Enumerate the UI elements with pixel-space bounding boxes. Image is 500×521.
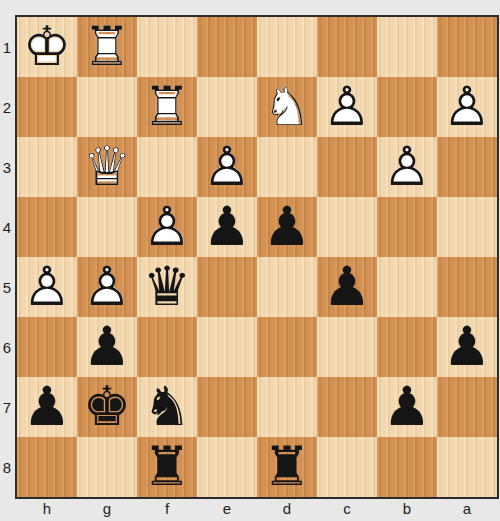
square-a4[interactable] — [437, 197, 497, 257]
square-b8[interactable] — [377, 437, 437, 497]
square-d3[interactable] — [257, 137, 317, 197]
file-label-h: h — [17, 498, 77, 518]
square-e2[interactable] — [197, 77, 257, 137]
white-pawn[interactable]: ♟♙ — [377, 137, 437, 197]
square-h5[interactable]: ♟♙ — [17, 257, 77, 317]
black-pawn[interactable]: ♟ — [317, 257, 377, 317]
file-labels: hgfedcba — [17, 498, 497, 518]
square-b1[interactable] — [377, 17, 437, 77]
square-c8[interactable] — [317, 437, 377, 497]
white-pawn-glyph: ♙ — [317, 80, 377, 134]
white-pawn-glyph: ♙ — [77, 260, 137, 314]
square-e6[interactable] — [197, 317, 257, 377]
square-d6[interactable] — [257, 317, 317, 377]
black-pawn-glyph: ♟ — [377, 380, 437, 434]
square-h3[interactable] — [17, 137, 77, 197]
white-pawn-glyph: ♙ — [197, 140, 257, 194]
black-king-glyph: ♚ — [77, 380, 137, 434]
square-a7[interactable] — [437, 377, 497, 437]
square-b4[interactable] — [377, 197, 437, 257]
black-knight[interactable]: ♞ — [137, 377, 197, 437]
square-e8[interactable] — [197, 437, 257, 497]
white-pawn-glyph: ♙ — [17, 260, 77, 314]
square-d5[interactable] — [257, 257, 317, 317]
square-e7[interactable] — [197, 377, 257, 437]
rank-label-1: 1 — [0, 17, 14, 77]
rank-label-7: 7 — [0, 377, 14, 437]
black-rook-glyph: ♜ — [257, 440, 317, 494]
black-pawn[interactable]: ♟ — [197, 197, 257, 257]
square-g3[interactable]: ♛♕ — [77, 137, 137, 197]
square-g1[interactable]: ♜♖ — [77, 17, 137, 77]
black-pawn-glyph: ♟ — [17, 380, 77, 434]
square-c7[interactable] — [317, 377, 377, 437]
black-rook-glyph: ♜ — [137, 440, 197, 494]
square-g8[interactable] — [77, 437, 137, 497]
white-pawn-glyph: ♙ — [437, 80, 497, 134]
file-label-e: e — [197, 498, 257, 518]
square-a1[interactable] — [437, 17, 497, 77]
white-queen[interactable]: ♛♕ — [77, 137, 137, 197]
square-c6[interactable] — [317, 317, 377, 377]
square-d7[interactable] — [257, 377, 317, 437]
square-c2[interactable]: ♟♙ — [317, 77, 377, 137]
square-b5[interactable] — [377, 257, 437, 317]
square-e4[interactable]: ♟ — [197, 197, 257, 257]
square-a8[interactable] — [437, 437, 497, 497]
black-king[interactable]: ♚ — [77, 377, 137, 437]
square-a3[interactable] — [437, 137, 497, 197]
black-pawn-glyph: ♟ — [317, 260, 377, 314]
square-b2[interactable] — [377, 77, 437, 137]
square-a2[interactable]: ♟♙ — [437, 77, 497, 137]
square-e3[interactable]: ♟♙ — [197, 137, 257, 197]
square-d8[interactable]: ♜ — [257, 437, 317, 497]
square-c3[interactable] — [317, 137, 377, 197]
rank-label-4: 4 — [0, 197, 14, 257]
white-king[interactable]: ♚♔ — [17, 17, 77, 77]
black-rook[interactable]: ♜ — [257, 437, 317, 497]
white-pawn[interactable]: ♟♙ — [317, 77, 377, 137]
white-pawn[interactable]: ♟♙ — [197, 137, 257, 197]
square-f5[interactable]: ♛ — [137, 257, 197, 317]
square-d1[interactable] — [257, 17, 317, 77]
square-g4[interactable] — [77, 197, 137, 257]
square-f7[interactable]: ♞ — [137, 377, 197, 437]
white-knight-glyph: ♘ — [257, 80, 317, 134]
white-pawn-glyph: ♙ — [137, 200, 197, 254]
square-a5[interactable] — [437, 257, 497, 317]
rank-label-6: 6 — [0, 317, 14, 377]
black-pawn[interactable]: ♟ — [377, 377, 437, 437]
rank-label-5: 5 — [0, 257, 14, 317]
square-h2[interactable] — [17, 77, 77, 137]
black-knight-glyph: ♞ — [137, 380, 197, 434]
square-h8[interactable] — [17, 437, 77, 497]
square-b3[interactable]: ♟♙ — [377, 137, 437, 197]
white-rook-glyph: ♖ — [77, 20, 137, 74]
black-queen-glyph: ♛ — [137, 260, 197, 314]
white-pawn[interactable]: ♟♙ — [77, 257, 137, 317]
square-c4[interactable] — [317, 197, 377, 257]
square-b7[interactable]: ♟ — [377, 377, 437, 437]
square-f2[interactable]: ♜♖ — [137, 77, 197, 137]
square-h4[interactable] — [17, 197, 77, 257]
white-pawn[interactable]: ♟♙ — [17, 257, 77, 317]
rank-labels: 12345678 — [0, 17, 14, 497]
white-knight[interactable]: ♞♘ — [257, 77, 317, 137]
white-king-glyph: ♔ — [17, 20, 77, 74]
square-h6[interactable] — [17, 317, 77, 377]
square-f1[interactable] — [137, 17, 197, 77]
square-e5[interactable] — [197, 257, 257, 317]
black-rook[interactable]: ♜ — [137, 437, 197, 497]
white-rook[interactable]: ♜♖ — [77, 17, 137, 77]
white-rook-glyph: ♖ — [137, 80, 197, 134]
square-a6[interactable]: ♟ — [437, 317, 497, 377]
file-label-d: d — [257, 498, 317, 518]
square-f8[interactable]: ♜ — [137, 437, 197, 497]
square-f4[interactable]: ♟♙ — [137, 197, 197, 257]
square-b6[interactable] — [377, 317, 437, 377]
square-d2[interactable]: ♞♘ — [257, 77, 317, 137]
square-c1[interactable] — [317, 17, 377, 77]
black-pawn-glyph: ♟ — [257, 200, 317, 254]
white-queen-glyph: ♕ — [77, 140, 137, 194]
black-pawn[interactable]: ♟ — [77, 317, 137, 377]
rank-label-8: 8 — [0, 437, 14, 497]
square-g5[interactable]: ♟♙ — [77, 257, 137, 317]
file-label-a: a — [437, 498, 497, 518]
rank-label-3: 3 — [0, 137, 14, 197]
rank-label-2: 2 — [0, 77, 14, 137]
white-rook[interactable]: ♜♖ — [137, 77, 197, 137]
chess-diagram: 12345678 ♚♔♜♖♜♖♞♘♟♙♟♙♛♕♟♙♟♙♟♙♟♟♟♙♟♙♛♟♟♟♟… — [0, 0, 500, 521]
square-f6[interactable] — [137, 317, 197, 377]
square-g2[interactable] — [77, 77, 137, 137]
white-pawn[interactable]: ♟♙ — [437, 77, 497, 137]
square-h1[interactable]: ♚♔ — [17, 17, 77, 77]
white-pawn-glyph: ♙ — [377, 140, 437, 194]
black-pawn-glyph: ♟ — [197, 200, 257, 254]
square-e1[interactable] — [197, 17, 257, 77]
file-label-c: c — [317, 498, 377, 518]
square-d4[interactable]: ♟ — [257, 197, 317, 257]
square-g7[interactable]: ♚ — [77, 377, 137, 437]
file-label-f: f — [137, 498, 197, 518]
black-pawn-glyph: ♟ — [77, 320, 137, 374]
black-pawn-glyph: ♟ — [437, 320, 497, 374]
black-queen[interactable]: ♛ — [137, 257, 197, 317]
white-pawn[interactable]: ♟♙ — [137, 197, 197, 257]
file-label-g: g — [77, 498, 137, 518]
board: ♚♔♜♖♜♖♞♘♟♙♟♙♛♕♟♙♟♙♟♙♟♟♟♙♟♙♛♟♟♟♟♚♞♟♜♜ — [15, 15, 499, 499]
square-f3[interactable] — [137, 137, 197, 197]
square-c5[interactable]: ♟ — [317, 257, 377, 317]
square-g6[interactable]: ♟ — [77, 317, 137, 377]
black-pawn[interactable]: ♟ — [437, 317, 497, 377]
square-h7[interactable]: ♟ — [17, 377, 77, 437]
file-label-b: b — [377, 498, 437, 518]
black-pawn[interactable]: ♟ — [257, 197, 317, 257]
black-pawn[interactable]: ♟ — [17, 377, 77, 437]
